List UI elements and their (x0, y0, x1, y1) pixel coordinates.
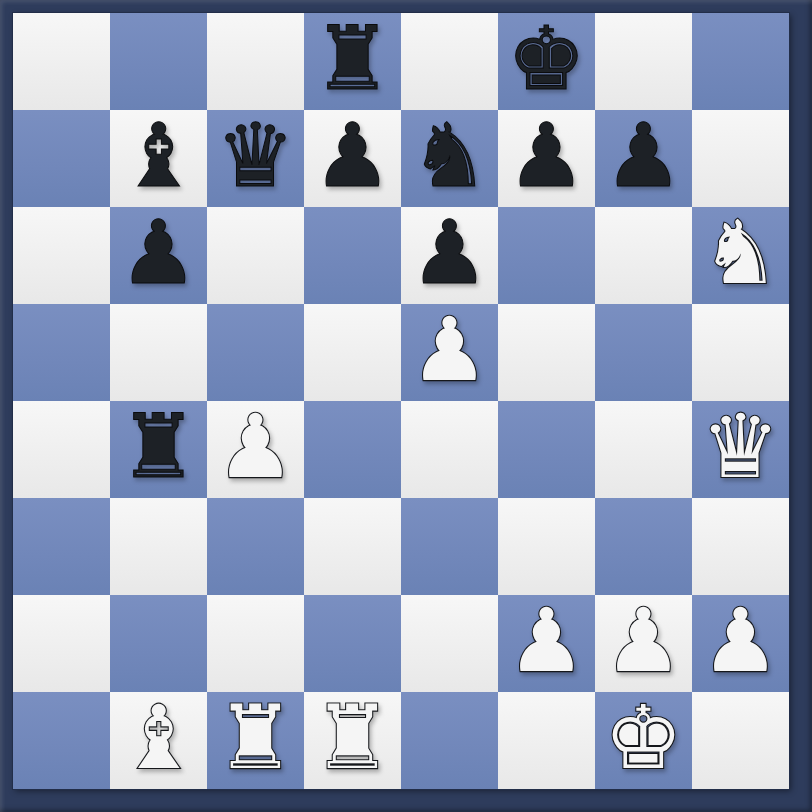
square-e5[interactable]: ♟ (401, 304, 498, 401)
piece-black-bishop[interactable]: ♝ (119, 112, 198, 200)
square-a8[interactable] (13, 13, 110, 110)
square-d8[interactable]: ♜ (304, 13, 401, 110)
square-f5[interactable] (498, 304, 595, 401)
square-d3[interactable] (304, 498, 401, 595)
square-g4[interactable] (595, 401, 692, 498)
piece-white-knight[interactable]: ♞ (701, 209, 780, 297)
square-g2[interactable]: ♟ (595, 595, 692, 692)
square-c5[interactable] (207, 304, 304, 401)
square-f6[interactable] (498, 207, 595, 304)
piece-white-rook[interactable]: ♜ (313, 694, 392, 782)
piece-white-pawn[interactable]: ♟ (410, 306, 489, 394)
piece-white-pawn[interactable]: ♟ (701, 597, 780, 685)
piece-black-pawn[interactable]: ♟ (119, 209, 198, 297)
square-e1[interactable] (401, 692, 498, 789)
piece-black-rook[interactable]: ♜ (313, 15, 392, 103)
square-g8[interactable] (595, 13, 692, 110)
square-a4[interactable] (13, 401, 110, 498)
square-a3[interactable] (13, 498, 110, 595)
square-d1[interactable]: ♜ (304, 692, 401, 789)
square-d5[interactable] (304, 304, 401, 401)
square-g5[interactable] (595, 304, 692, 401)
chess-board: ♜♚♝♛♟♞♟♟♟♟♞♟♜♟♛♟♟♟♝♜♜♚ (13, 13, 789, 789)
square-a1[interactable] (13, 692, 110, 789)
piece-black-queen[interactable]: ♛ (216, 112, 295, 200)
square-c4[interactable]: ♟ (207, 401, 304, 498)
square-f7[interactable]: ♟ (498, 110, 595, 207)
square-e4[interactable] (401, 401, 498, 498)
square-b3[interactable] (110, 498, 207, 595)
square-h4[interactable]: ♛ (692, 401, 789, 498)
square-b8[interactable] (110, 13, 207, 110)
square-h7[interactable] (692, 110, 789, 207)
square-d6[interactable] (304, 207, 401, 304)
square-c7[interactable]: ♛ (207, 110, 304, 207)
square-c6[interactable] (207, 207, 304, 304)
square-a7[interactable] (13, 110, 110, 207)
piece-black-pawn[interactable]: ♟ (507, 112, 586, 200)
square-a5[interactable] (13, 304, 110, 401)
square-b7[interactable]: ♝ (110, 110, 207, 207)
square-h1[interactable] (692, 692, 789, 789)
square-c2[interactable] (207, 595, 304, 692)
square-g1[interactable]: ♚ (595, 692, 692, 789)
square-h8[interactable] (692, 13, 789, 110)
square-a2[interactable] (13, 595, 110, 692)
piece-white-bishop[interactable]: ♝ (119, 694, 198, 782)
board-frame: ♜♚♝♛♟♞♟♟♟♟♞♟♜♟♛♟♟♟♝♜♜♚ (0, 0, 812, 812)
square-b5[interactable] (110, 304, 207, 401)
square-b6[interactable]: ♟ (110, 207, 207, 304)
piece-black-rook[interactable]: ♜ (119, 403, 198, 491)
square-h2[interactable]: ♟ (692, 595, 789, 692)
square-f8[interactable]: ♚ (498, 13, 595, 110)
square-g7[interactable]: ♟ (595, 110, 692, 207)
square-d7[interactable]: ♟ (304, 110, 401, 207)
square-c3[interactable] (207, 498, 304, 595)
piece-white-queen[interactable]: ♛ (701, 403, 780, 491)
square-e2[interactable] (401, 595, 498, 692)
piece-white-king[interactable]: ♚ (604, 694, 683, 782)
piece-white-rook[interactable]: ♜ (216, 694, 295, 782)
square-h5[interactable] (692, 304, 789, 401)
square-e8[interactable] (401, 13, 498, 110)
piece-white-pawn[interactable]: ♟ (507, 597, 586, 685)
square-c8[interactable] (207, 13, 304, 110)
square-d2[interactable] (304, 595, 401, 692)
square-f3[interactable] (498, 498, 595, 595)
square-f2[interactable]: ♟ (498, 595, 595, 692)
square-h3[interactable] (692, 498, 789, 595)
square-b2[interactable] (110, 595, 207, 692)
piece-white-pawn[interactable]: ♟ (604, 597, 683, 685)
square-a6[interactable] (13, 207, 110, 304)
piece-black-pawn[interactable]: ♟ (604, 112, 683, 200)
square-e7[interactable]: ♞ (401, 110, 498, 207)
square-h6[interactable]: ♞ (692, 207, 789, 304)
square-d4[interactable] (304, 401, 401, 498)
square-f4[interactable] (498, 401, 595, 498)
square-c1[interactable]: ♜ (207, 692, 304, 789)
square-b4[interactable]: ♜ (110, 401, 207, 498)
piece-black-pawn[interactable]: ♟ (313, 112, 392, 200)
square-g6[interactable] (595, 207, 692, 304)
piece-black-king[interactable]: ♚ (507, 15, 586, 103)
square-e3[interactable] (401, 498, 498, 595)
piece-black-knight[interactable]: ♞ (410, 112, 489, 200)
square-g3[interactable] (595, 498, 692, 595)
square-e6[interactable]: ♟ (401, 207, 498, 304)
square-f1[interactable] (498, 692, 595, 789)
square-b1[interactable]: ♝ (110, 692, 207, 789)
piece-white-pawn[interactable]: ♟ (216, 403, 295, 491)
piece-black-pawn[interactable]: ♟ (410, 209, 489, 297)
